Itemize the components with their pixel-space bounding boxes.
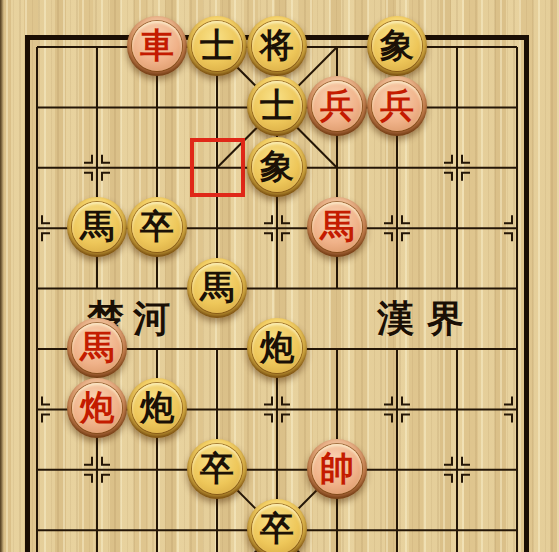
piece-face: 炮 [252, 323, 302, 373]
piece-glyph: 炮 [260, 330, 294, 364]
piece-face: 兵 [312, 81, 362, 131]
piece-black-advisor[interactable]: 士 [187, 16, 247, 76]
piece-black-soldier[interactable]: 卒 [127, 197, 187, 257]
piece-glyph: 兵 [320, 88, 354, 122]
piece-face: 炮 [72, 383, 122, 433]
piece-black-soldier[interactable]: 卒 [187, 439, 247, 499]
piece-face: 卒 [192, 444, 242, 494]
piece-face: 馬 [192, 263, 242, 313]
piece-face: 将 [252, 21, 302, 71]
piece-red-soldier[interactable]: 兵 [367, 76, 427, 136]
piece-glyph: 兵 [380, 88, 414, 122]
piece-black-cannon[interactable]: 炮 [247, 318, 307, 378]
screen-edge-shading [0, 0, 4, 552]
piece-glyph: 象 [260, 149, 294, 183]
piece-red-chariot[interactable]: 車 [127, 16, 187, 76]
piece-face: 馬 [312, 202, 362, 252]
wood-background: { "game": "xiangqi", "title": "Chinese C… [0, 0, 559, 552]
piece-glyph: 将 [260, 28, 294, 62]
piece-black-advisor[interactable]: 士 [247, 76, 307, 136]
piece-black-horse[interactable]: 馬 [67, 197, 127, 257]
piece-black-elephant[interactable]: 象 [247, 137, 307, 197]
piece-face: 士 [252, 81, 302, 131]
piece-black-elephant[interactable]: 象 [367, 16, 427, 76]
piece-face: 士 [192, 21, 242, 71]
xiangqi-board[interactable]: 楚河 漢界 車士将象士兵兵象馬卒馬馬馬炮炮炮卒帥卒 [0, 0, 559, 552]
piece-glyph: 卒 [200, 451, 234, 485]
piece-red-horse[interactable]: 馬 [307, 197, 367, 257]
piece-red-general[interactable]: 帥 [307, 439, 367, 499]
piece-face: 兵 [372, 81, 422, 131]
piece-face: 卒 [252, 504, 302, 552]
piece-black-general[interactable]: 将 [247, 16, 307, 76]
piece-glyph: 炮 [80, 390, 114, 424]
piece-face: 帥 [312, 444, 362, 494]
piece-face: 象 [252, 142, 302, 192]
piece-glyph: 馬 [200, 270, 234, 304]
piece-glyph: 帥 [320, 451, 354, 485]
piece-red-horse[interactable]: 馬 [67, 318, 127, 378]
piece-face: 卒 [132, 202, 182, 252]
piece-black-cannon[interactable]: 炮 [127, 378, 187, 438]
piece-glyph: 馬 [80, 209, 114, 243]
piece-face: 象 [372, 21, 422, 71]
piece-glyph: 象 [380, 28, 414, 62]
piece-glyph: 車 [140, 28, 174, 62]
piece-face: 馬 [72, 202, 122, 252]
piece-black-soldier[interactable]: 卒 [247, 499, 307, 552]
piece-glyph: 士 [200, 28, 234, 62]
piece-black-horse[interactable]: 馬 [187, 258, 247, 318]
piece-glyph: 士 [260, 88, 294, 122]
piece-red-cannon[interactable]: 炮 [67, 378, 127, 438]
piece-face: 車 [132, 21, 182, 71]
piece-glyph: 卒 [260, 511, 294, 545]
piece-glyph: 卒 [140, 209, 174, 243]
piece-face: 馬 [72, 323, 122, 373]
piece-red-soldier[interactable]: 兵 [307, 76, 367, 136]
piece-glyph: 馬 [320, 209, 354, 243]
piece-glyph: 炮 [140, 390, 174, 424]
river-label-han-jie: 漢界 [377, 294, 477, 344]
last-move-marker [190, 138, 245, 197]
piece-glyph: 馬 [80, 330, 114, 364]
piece-face: 炮 [132, 383, 182, 433]
